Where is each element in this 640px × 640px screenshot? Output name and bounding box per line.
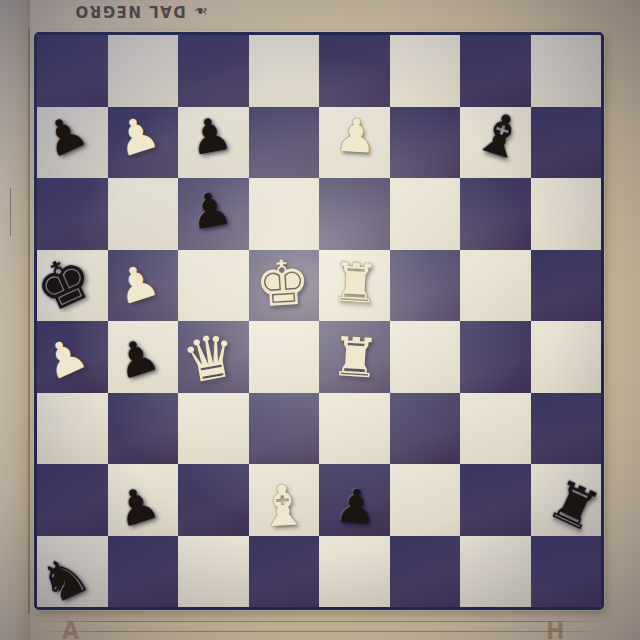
piece-bR-h2[interactable]: ♜ bbox=[540, 471, 604, 540]
piece-bP-c7[interactable]: ♟ bbox=[185, 110, 234, 163]
square-b4[interactable]: ♟ bbox=[108, 321, 179, 393]
square-c1[interactable] bbox=[178, 536, 249, 608]
square-b5[interactable]: ♟ bbox=[108, 250, 179, 322]
square-g1[interactable] bbox=[460, 536, 531, 608]
square-c2[interactable] bbox=[178, 464, 249, 536]
square-b3[interactable] bbox=[108, 393, 179, 465]
piece-bP-c6[interactable]: ♟ bbox=[185, 184, 234, 237]
square-b6[interactable] bbox=[108, 178, 179, 250]
file-label-a: A bbox=[62, 617, 79, 640]
piece-bK-a5[interactable]: ♚ bbox=[34, 244, 103, 323]
square-h1[interactable] bbox=[531, 536, 602, 608]
square-e3[interactable] bbox=[319, 393, 390, 465]
square-d2[interactable]: ♝ bbox=[249, 464, 320, 536]
piece-wR-e4[interactable]: ♜ bbox=[330, 330, 382, 387]
square-b1[interactable] bbox=[108, 536, 179, 608]
wood-frame-left bbox=[0, 0, 30, 640]
piece-wP-b7[interactable]: ♟ bbox=[111, 108, 164, 164]
brand-plate: ❧ DAL NEGRO bbox=[74, 1, 208, 21]
frame-groove-line-2 bbox=[34, 631, 606, 632]
square-e7[interactable]: ♟ bbox=[319, 107, 390, 179]
square-e1[interactable] bbox=[319, 536, 390, 608]
brand-logo-icon: ❧ bbox=[194, 1, 208, 21]
square-h6[interactable] bbox=[531, 178, 602, 250]
square-c8[interactable] bbox=[178, 35, 249, 107]
square-d7[interactable] bbox=[249, 107, 320, 179]
square-h7[interactable] bbox=[531, 107, 602, 179]
square-h4[interactable] bbox=[531, 321, 602, 393]
square-b2[interactable]: ♟ bbox=[108, 464, 179, 536]
square-a2[interactable] bbox=[37, 464, 108, 536]
square-c3[interactable] bbox=[178, 393, 249, 465]
square-a7[interactable]: ♟ bbox=[37, 107, 108, 179]
brand-text: DAL NEGRO bbox=[74, 2, 186, 20]
piece-wP-e7[interactable]: ♟ bbox=[333, 112, 377, 160]
piece-bP-a7[interactable]: ♟ bbox=[36, 107, 93, 166]
square-a1[interactable]: ♞ bbox=[37, 536, 108, 608]
square-d4[interactable] bbox=[249, 321, 320, 393]
square-e6[interactable] bbox=[319, 178, 390, 250]
square-h2[interactable]: ♜ bbox=[531, 464, 602, 536]
square-c6[interactable]: ♟ bbox=[178, 178, 249, 250]
square-g5[interactable] bbox=[460, 250, 531, 322]
square-f3[interactable] bbox=[390, 393, 461, 465]
piece-wR-e5[interactable]: ♜ bbox=[330, 256, 382, 313]
square-g6[interactable] bbox=[460, 178, 531, 250]
square-h8[interactable] bbox=[531, 35, 602, 107]
piece-bP-e2[interactable]: ♟ bbox=[333, 482, 377, 530]
piece-bP-b2[interactable]: ♟ bbox=[111, 478, 164, 534]
piece-bN-a1[interactable]: ♞ bbox=[34, 545, 98, 610]
square-f7[interactable] bbox=[390, 107, 461, 179]
piece-bP-b4[interactable]: ♟ bbox=[111, 330, 164, 386]
board-grid: ♟♟♟♟♝♟♚♟♚♜♟♟♛♜♟♝♟♜♞ bbox=[37, 35, 601, 607]
square-f5[interactable] bbox=[390, 250, 461, 322]
square-g2[interactable] bbox=[460, 464, 531, 536]
square-a4[interactable]: ♟ bbox=[37, 321, 108, 393]
square-e8[interactable] bbox=[319, 35, 390, 107]
square-f4[interactable] bbox=[390, 321, 461, 393]
square-g8[interactable] bbox=[460, 35, 531, 107]
square-a5[interactable]: ♚ bbox=[37, 250, 108, 322]
square-g4[interactable] bbox=[460, 321, 531, 393]
square-f2[interactable] bbox=[390, 464, 461, 536]
square-h3[interactable] bbox=[531, 393, 602, 465]
square-f8[interactable] bbox=[390, 35, 461, 107]
square-b7[interactable]: ♟ bbox=[108, 107, 179, 179]
chess-board: ♟♟♟♟♝♟♚♟♚♜♟♟♛♜♟♝♟♜♞ bbox=[34, 32, 604, 610]
piece-wB-d2[interactable]: ♝ bbox=[256, 477, 310, 536]
square-d6[interactable] bbox=[249, 178, 320, 250]
square-b8[interactable] bbox=[108, 35, 179, 107]
square-e4[interactable]: ♜ bbox=[319, 321, 390, 393]
square-d5[interactable]: ♚ bbox=[249, 250, 320, 322]
square-c7[interactable]: ♟ bbox=[178, 107, 249, 179]
square-e2[interactable]: ♟ bbox=[319, 464, 390, 536]
piece-wP-a4[interactable]: ♟ bbox=[36, 329, 93, 388]
square-e5[interactable]: ♜ bbox=[319, 250, 390, 322]
frame-groove-line bbox=[30, 621, 610, 622]
board-photo: ❧ DAL NEGRO ♟♟♟♟♝♟♚♟♚♜♟♟♛♜♟♝♟♜♞ A H bbox=[0, 0, 640, 640]
square-g7[interactable]: ♝ bbox=[460, 107, 531, 179]
wood-crack bbox=[10, 188, 11, 236]
piece-wQ-c4[interactable]: ♛ bbox=[178, 324, 242, 393]
piece-wK-d5[interactable]: ♚ bbox=[253, 251, 312, 316]
square-h5[interactable] bbox=[531, 250, 602, 322]
square-d8[interactable] bbox=[249, 35, 320, 107]
square-f1[interactable] bbox=[390, 536, 461, 608]
square-g3[interactable] bbox=[460, 393, 531, 465]
square-d3[interactable] bbox=[249, 393, 320, 465]
square-f6[interactable] bbox=[390, 178, 461, 250]
square-c5[interactable] bbox=[178, 250, 249, 322]
square-d1[interactable] bbox=[249, 536, 320, 608]
file-label-h: H bbox=[546, 617, 564, 640]
square-a8[interactable] bbox=[37, 35, 108, 107]
frame-seam-left bbox=[28, 28, 30, 614]
square-c4[interactable]: ♛ bbox=[178, 321, 249, 393]
square-a3[interactable] bbox=[37, 393, 108, 465]
piece-wP-b5[interactable]: ♟ bbox=[111, 256, 164, 312]
piece-bB-g7[interactable]: ♝ bbox=[468, 102, 533, 171]
